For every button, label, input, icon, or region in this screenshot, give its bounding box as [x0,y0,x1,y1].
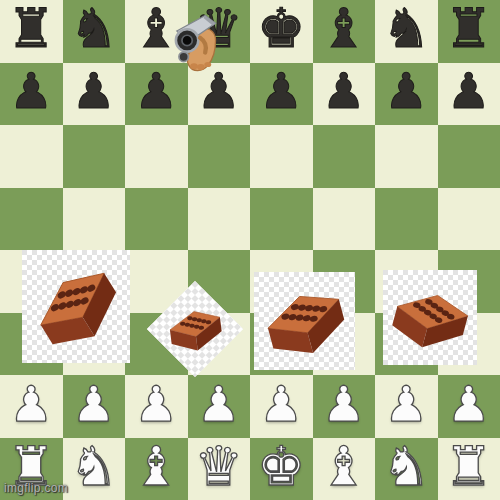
square-h5 [438,188,500,251]
square-h1: ♜ [438,438,500,500]
piece-white-pawn: ♟ [447,380,491,429]
brick-image-1 [22,250,130,363]
square-b2: ♟ [63,375,126,438]
piece-white-bishop: ♝ [132,440,180,494]
square-d5 [188,188,251,251]
square-d1: ♛ [188,438,251,500]
square-a2: ♟ [0,375,63,438]
square-a6 [0,125,63,188]
piece-black-bishop: ♝ [320,2,368,56]
square-e7: ♟ [250,63,313,126]
imgflip-watermark: imgflip.com [4,481,68,495]
square-f1: ♝ [313,438,376,500]
square-b7: ♟ [63,63,126,126]
square-a5 [0,188,63,251]
square-f5 [313,188,376,251]
hand-gun-emoji-icon [170,12,218,74]
piece-white-queen: ♛ [195,440,243,494]
piece-black-pawn: ♟ [72,67,116,116]
piece-black-king: ♚ [257,2,305,56]
piece-black-knight: ♞ [382,2,430,56]
square-e6 [250,125,313,188]
brick-image-4 [383,270,477,365]
square-g6 [375,125,438,188]
piece-white-rook: ♜ [445,440,493,494]
brick-image-3 [254,272,355,370]
piece-white-pawn: ♟ [72,380,116,429]
square-d2: ♟ [188,375,251,438]
piece-white-pawn: ♟ [134,380,178,429]
square-e1: ♚ [250,438,313,500]
square-c5 [125,188,188,251]
square-g7: ♟ [375,63,438,126]
square-g5 [375,188,438,251]
square-f2: ♟ [313,375,376,438]
square-b8: ♞ [63,0,126,63]
brick-photo [375,262,486,373]
square-e8: ♚ [250,0,313,63]
square-c2: ♟ [125,375,188,438]
square-a7: ♟ [0,63,63,126]
square-e2: ♟ [250,375,313,438]
square-h8: ♜ [438,0,500,63]
square-a8: ♜ [0,0,63,63]
brick-photo [245,263,363,379]
square-e5 [250,188,313,251]
piece-white-pawn: ♟ [197,380,241,429]
piece-white-pawn: ♟ [259,380,303,429]
square-g8: ♞ [375,0,438,63]
piece-black-pawn: ♟ [9,67,53,116]
piece-black-pawn: ♟ [134,67,178,116]
piece-black-rook: ♜ [7,2,55,56]
piece-white-king: ♚ [257,440,305,494]
square-h2: ♟ [438,375,500,438]
square-g2: ♟ [375,375,438,438]
piece-white-bishop: ♝ [320,440,368,494]
square-d6 [188,125,251,188]
piece-white-knight: ♞ [70,440,118,494]
piece-white-pawn: ♟ [9,380,53,429]
meme-canvas: ♜♞♝♛♚♝♞♜♟♟♟♟♟♟♟♟♟♟♟♟♟♟♟♟♜♞♝♛♚♝♞♜ imgflip… [0,0,500,500]
square-g1: ♞ [375,438,438,500]
square-c1: ♝ [125,438,188,500]
square-c6 [125,125,188,188]
square-f7: ♟ [313,63,376,126]
square-h6 [438,125,500,188]
piece-black-pawn: ♟ [447,67,491,116]
brick-photo [159,293,232,366]
square-h7: ♟ [438,63,500,126]
square-f8: ♝ [313,0,376,63]
piece-black-knight: ♞ [70,2,118,56]
square-b6 [63,125,126,188]
piece-white-pawn: ♟ [384,380,428,429]
piece-white-knight: ♞ [382,440,430,494]
piece-black-rook: ♜ [445,2,493,56]
piece-black-pawn: ♟ [259,67,303,116]
brick-photo [3,233,148,380]
piece-black-pawn: ♟ [322,67,366,116]
piece-black-pawn: ♟ [197,67,241,116]
piece-black-pawn: ♟ [384,67,428,116]
square-b1: ♞ [63,438,126,500]
square-f6 [313,125,376,188]
piece-white-pawn: ♟ [322,380,366,429]
